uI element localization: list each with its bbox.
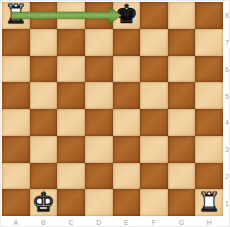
board-square-a3[interactable] <box>2 136 30 163</box>
white-king-b1[interactable]: ♚ <box>32 189 55 215</box>
board-square-e7[interactable] <box>113 29 141 56</box>
board-square-c1[interactable] <box>57 189 85 216</box>
board-square-d5[interactable] <box>85 82 113 109</box>
white-rook-a8[interactable]: ♜ <box>4 2 27 28</box>
board-square-a1[interactable] <box>2 189 30 216</box>
rank-label-1: 1 <box>225 199 229 206</box>
board-square-b2[interactable] <box>30 163 58 190</box>
board-square-d8[interactable] <box>85 2 113 29</box>
file-label-g: G <box>179 219 184 226</box>
board-square-a2[interactable] <box>2 163 30 190</box>
chessboard[interactable] <box>2 2 223 216</box>
board-square-b7[interactable] <box>30 29 58 56</box>
board-square-b4[interactable] <box>30 109 58 136</box>
board-square-g4[interactable] <box>168 109 196 136</box>
chess-diagram: ABCDEFGH 87654321 ♜♚♚♜ <box>0 0 230 227</box>
board-square-b5[interactable] <box>30 82 58 109</box>
board-square-g5[interactable] <box>168 82 196 109</box>
board-square-e1[interactable] <box>113 189 141 216</box>
board-square-f2[interactable] <box>140 163 168 190</box>
board-square-c8[interactable] <box>57 2 85 29</box>
board-square-h3[interactable] <box>195 136 223 163</box>
white-rook-h1[interactable]: ♜ <box>198 189 221 215</box>
rank-label-7: 7 <box>225 39 229 46</box>
board-square-h2[interactable] <box>195 163 223 190</box>
board-square-c2[interactable] <box>57 163 85 190</box>
board-square-e4[interactable] <box>113 109 141 136</box>
board-square-f3[interactable] <box>140 136 168 163</box>
board-square-b6[interactable] <box>30 56 58 83</box>
board-square-f7[interactable] <box>140 29 168 56</box>
board-square-d3[interactable] <box>85 136 113 163</box>
board-square-f4[interactable] <box>140 109 168 136</box>
rank-label-3: 3 <box>225 146 229 153</box>
board-square-e6[interactable] <box>113 56 141 83</box>
board-square-f6[interactable] <box>140 56 168 83</box>
board-square-e3[interactable] <box>113 136 141 163</box>
board-square-h4[interactable] <box>195 109 223 136</box>
board-square-a5[interactable] <box>2 82 30 109</box>
file-label-e: E <box>124 219 129 226</box>
board-square-d4[interactable] <box>85 109 113 136</box>
board-square-c7[interactable] <box>57 29 85 56</box>
rank-label-2: 2 <box>225 172 229 179</box>
board-square-d6[interactable] <box>85 56 113 83</box>
board-square-b8[interactable] <box>30 2 58 29</box>
board-square-e5[interactable] <box>113 82 141 109</box>
board-square-f5[interactable] <box>140 82 168 109</box>
black-king-e8[interactable]: ♚ <box>115 2 138 28</box>
board-square-h8[interactable] <box>195 2 223 29</box>
board-square-a6[interactable] <box>2 56 30 83</box>
board-square-c6[interactable] <box>57 56 85 83</box>
file-label-d: D <box>96 219 101 226</box>
file-label-a: A <box>13 219 18 226</box>
board-square-a4[interactable] <box>2 109 30 136</box>
board-square-g1[interactable] <box>168 189 196 216</box>
file-label-h: H <box>207 219 212 226</box>
board-square-d7[interactable] <box>85 29 113 56</box>
rank-label-6: 6 <box>225 65 229 72</box>
board-square-g3[interactable] <box>168 136 196 163</box>
rank-label-5: 5 <box>225 92 229 99</box>
board-square-c5[interactable] <box>57 82 85 109</box>
file-label-c: C <box>69 219 74 226</box>
board-square-e2[interactable] <box>113 163 141 190</box>
board-square-g2[interactable] <box>168 163 196 190</box>
board-square-b3[interactable] <box>30 136 58 163</box>
board-square-h7[interactable] <box>195 29 223 56</box>
board-square-h5[interactable] <box>195 82 223 109</box>
board-square-c4[interactable] <box>57 109 85 136</box>
board-square-g6[interactable] <box>168 56 196 83</box>
file-label-b: B <box>41 219 46 226</box>
board-square-c3[interactable] <box>57 136 85 163</box>
board-square-f1[interactable] <box>140 189 168 216</box>
board-square-g8[interactable] <box>168 2 196 29</box>
board-square-f8[interactable] <box>140 2 168 29</box>
board-square-d2[interactable] <box>85 163 113 190</box>
board-square-d1[interactable] <box>85 189 113 216</box>
board-square-a7[interactable] <box>2 29 30 56</box>
file-label-f: F <box>152 219 156 226</box>
rank-label-4: 4 <box>225 119 229 126</box>
board-square-h6[interactable] <box>195 56 223 83</box>
board-square-g7[interactable] <box>168 29 196 56</box>
rank-label-8: 8 <box>225 12 229 19</box>
